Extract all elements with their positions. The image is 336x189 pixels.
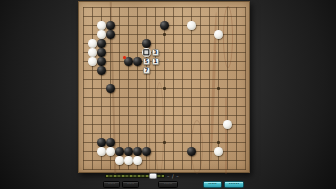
- stone-white: [88, 39, 97, 48]
- stone-black: [106, 21, 115, 30]
- stone-black: [106, 84, 115, 93]
- grid-line: [83, 106, 246, 107]
- move-counter: – / –: [167, 173, 193, 179]
- star-point: [163, 33, 166, 36]
- wood-grain: [155, 82, 164, 176]
- grid-line: [236, 7, 237, 170]
- tool-button[interactable]: ······: [158, 181, 178, 188]
- grid-line: [83, 160, 246, 161]
- star-point: [217, 141, 220, 144]
- stone-black: [133, 57, 142, 66]
- nav-button-2[interactable]: ·····: [122, 181, 139, 188]
- move-number-label: 1: [152, 58, 159, 65]
- grid-line: [83, 133, 246, 134]
- stone-white: [214, 147, 223, 156]
- stone-black: [133, 147, 142, 156]
- move-slider-handle[interactable]: [149, 173, 157, 180]
- move-number-label: 5: [143, 58, 150, 65]
- stone-white: [133, 156, 142, 165]
- grid-line: [191, 7, 192, 170]
- move-number-label: 7: [143, 67, 150, 74]
- red-dot-marker-icon: [123, 56, 126, 59]
- action-button-2[interactable]: ······: [224, 181, 244, 188]
- action-button-1[interactable]: ·····: [203, 181, 222, 188]
- go-board[interactable]: 1357: [78, 1, 250, 173]
- grid-line: [83, 97, 246, 98]
- stone-black: [142, 39, 151, 48]
- stone-white: [88, 48, 97, 57]
- stone-black: [124, 147, 133, 156]
- grid-line: [182, 7, 183, 170]
- stone-white: [223, 120, 232, 129]
- grid-line: [200, 7, 201, 170]
- stone-white: [214, 30, 223, 39]
- square-marker-icon: [144, 50, 149, 55]
- move-number-label: 3: [152, 49, 159, 56]
- stone-white: [106, 147, 115, 156]
- stone-black: [160, 21, 169, 30]
- grid-line: [173, 7, 174, 170]
- stone-white: [142, 48, 151, 57]
- stone-white: [124, 156, 133, 165]
- grid-line: [245, 7, 246, 170]
- stone-white: [187, 21, 196, 30]
- star-point: [163, 141, 166, 144]
- stone-white: [97, 21, 106, 30]
- stone-black: [106, 30, 115, 39]
- grid-line: [83, 169, 246, 170]
- stone-black: [115, 147, 124, 156]
- grid-line: [83, 124, 246, 125]
- stone-black: [97, 48, 106, 57]
- stone-black: [142, 147, 151, 156]
- star-point: [163, 87, 166, 90]
- star-point: [217, 87, 220, 90]
- grid-line: [227, 7, 228, 170]
- nav-button-1[interactable]: ·····: [103, 181, 120, 188]
- stone-white: [88, 57, 97, 66]
- stone-white: [97, 30, 106, 39]
- stone-white: [97, 147, 106, 156]
- app-window: 1357 – / – ····· ····· ······ ····· ····…: [0, 0, 336, 189]
- stone-black: [124, 57, 133, 66]
- grid-line: [209, 7, 210, 170]
- stone-black: [97, 57, 106, 66]
- stone-black: [97, 66, 106, 75]
- stone-black: [97, 138, 106, 147]
- stone-black: [97, 39, 106, 48]
- stone-black: [106, 138, 115, 147]
- stone-white: [115, 156, 124, 165]
- grid-line: [83, 115, 246, 116]
- stone-black: [187, 147, 196, 156]
